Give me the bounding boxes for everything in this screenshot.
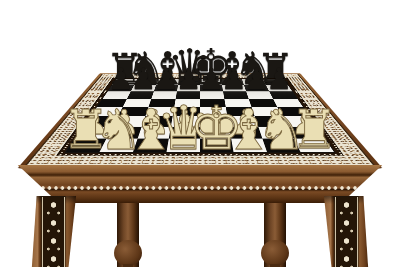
chess-table-photo: ♜♞♝♛♚♝♞♜♟♟♟♟♟♟♟♟♟♟♟♟♟♟♟♟♜♞♝♛♚♝♞♜ <box>0 0 400 267</box>
piece-black-pawn-h7[interactable]: ♟ <box>257 65 301 94</box>
pieces-layer: ♜♞♝♛♚♝♞♜♟♟♟♟♟♟♟♟♟♟♟♟♟♟♟♟♜♞♝♛♚♝♞♜ <box>0 0 400 267</box>
piece-white-rook-h1[interactable]: ♜ <box>274 104 354 157</box>
